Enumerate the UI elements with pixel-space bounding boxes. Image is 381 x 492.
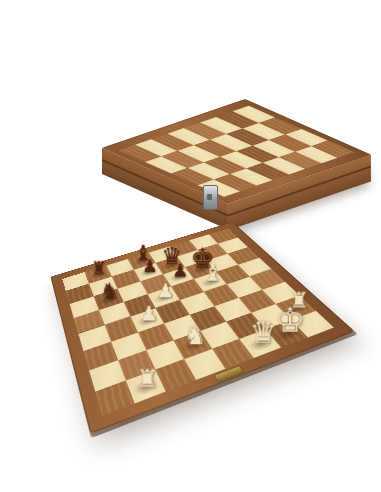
piece-white-knight-d2[interactable]: ♞: [184, 324, 207, 349]
piece-black-pawn-e6[interactable]: ♟: [172, 262, 188, 280]
piece-white-king-g1[interactable]: ♚: [275, 304, 305, 338]
board-grid: ♜♝♟♛♞♟♚♟♝♟♞♜♜♛♚: [62, 228, 334, 415]
product-photo-scene: ♜♝♟♛♞♟♚♟♝♟♞♜♜♛♚: [0, 0, 381, 492]
open-chessboard: ♜♝♟♛♞♟♚♟♝♟♞♜♜♛♚: [50, 222, 354, 434]
piece-black-knight-b6[interactable]: ♞: [100, 281, 119, 302]
piece-black-rook-b8[interactable]: ♜: [91, 259, 107, 277]
piece-white-queen-f1[interactable]: ♛: [250, 317, 278, 348]
piece-black-pawn-d7[interactable]: ♟: [142, 257, 158, 274]
piece-white-bishop-f5[interactable]: ♝: [203, 262, 223, 284]
box-clasp[interactable]: [203, 185, 218, 210]
box-clasp-pin: [207, 194, 212, 200]
piece-white-pawn-c4[interactable]: ♟: [140, 304, 158, 324]
piece-white-rook-b1[interactable]: ♜: [136, 366, 159, 391]
board-frame: ♜♝♟♛♞♟♚♟♝♟♞♜♜♛♚: [50, 222, 354, 434]
piece-white-pawn-d5[interactable]: ♟: [157, 281, 174, 300]
